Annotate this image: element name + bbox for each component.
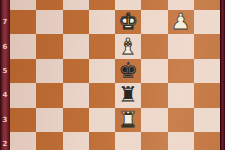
square-c4[interactable] bbox=[63, 83, 89, 107]
square-h2[interactable] bbox=[194, 132, 220, 150]
square-h7[interactable] bbox=[194, 10, 220, 34]
white-king[interactable]: ♚ bbox=[118, 11, 138, 33]
square-e6[interactable]: ♝ bbox=[115, 34, 141, 58]
square-e7[interactable]: ♚ bbox=[115, 10, 141, 34]
square-b5[interactable] bbox=[36, 59, 62, 83]
square-f2[interactable] bbox=[141, 132, 167, 150]
square-g5[interactable] bbox=[168, 59, 194, 83]
white-rook[interactable]: ♜ bbox=[118, 109, 138, 131]
square-g6[interactable] bbox=[168, 34, 194, 58]
rank-label-3: 3 bbox=[0, 116, 10, 124]
square-c5[interactable] bbox=[63, 59, 89, 83]
square-c2[interactable] bbox=[63, 132, 89, 150]
square-d7[interactable] bbox=[89, 10, 115, 34]
square-g7[interactable]: ♟ bbox=[168, 10, 194, 34]
square-b6[interactable] bbox=[36, 34, 62, 58]
board-frame-right bbox=[220, 0, 225, 150]
square-d8[interactable] bbox=[89, 0, 115, 10]
square-c3[interactable] bbox=[63, 108, 89, 132]
black-rook[interactable]: ♜ bbox=[118, 84, 138, 106]
square-d3[interactable] bbox=[89, 108, 115, 132]
white-pawn[interactable]: ♟ bbox=[171, 11, 191, 33]
square-h5[interactable] bbox=[194, 59, 220, 83]
square-e2[interactable] bbox=[115, 132, 141, 150]
chess-board: ♚♟♝♚♜♜ bbox=[10, 0, 220, 150]
square-g2[interactable] bbox=[168, 132, 194, 150]
square-e3[interactable]: ♜ bbox=[115, 108, 141, 132]
black-king[interactable]: ♚ bbox=[118, 60, 138, 82]
rank-label-7: 7 bbox=[0, 18, 10, 26]
square-b7[interactable] bbox=[36, 10, 62, 34]
square-f3[interactable] bbox=[141, 108, 167, 132]
square-h3[interactable] bbox=[194, 108, 220, 132]
square-a6[interactable] bbox=[10, 34, 36, 58]
square-c7[interactable] bbox=[63, 10, 89, 34]
square-b3[interactable] bbox=[36, 108, 62, 132]
square-e4[interactable]: ♜ bbox=[115, 83, 141, 107]
board-frame-left: 765432 bbox=[0, 0, 10, 150]
square-a8[interactable] bbox=[10, 0, 36, 10]
square-h6[interactable] bbox=[194, 34, 220, 58]
square-h4[interactable] bbox=[194, 83, 220, 107]
square-d6[interactable] bbox=[89, 34, 115, 58]
rank-label-5: 5 bbox=[0, 67, 10, 75]
square-a7[interactable] bbox=[10, 10, 36, 34]
square-b2[interactable] bbox=[36, 132, 62, 150]
square-e5[interactable]: ♚ bbox=[115, 59, 141, 83]
rank-label-4: 4 bbox=[0, 91, 10, 99]
square-g3[interactable] bbox=[168, 108, 194, 132]
square-b4[interactable] bbox=[36, 83, 62, 107]
square-g4[interactable] bbox=[168, 83, 194, 107]
square-a3[interactable] bbox=[10, 108, 36, 132]
square-f7[interactable] bbox=[141, 10, 167, 34]
white-bishop[interactable]: ♝ bbox=[118, 36, 138, 58]
square-b8[interactable] bbox=[36, 0, 62, 10]
square-d4[interactable] bbox=[89, 83, 115, 107]
square-f8[interactable] bbox=[141, 0, 167, 10]
square-a2[interactable] bbox=[10, 132, 36, 150]
square-c6[interactable] bbox=[63, 34, 89, 58]
square-f5[interactable] bbox=[141, 59, 167, 83]
square-d2[interactable] bbox=[89, 132, 115, 150]
square-f4[interactable] bbox=[141, 83, 167, 107]
chessboard-screenshot: ♚♟♝♚♜♜ 765432 bbox=[0, 0, 225, 150]
square-a5[interactable] bbox=[10, 59, 36, 83]
square-c8[interactable] bbox=[63, 0, 89, 10]
square-d5[interactable] bbox=[89, 59, 115, 83]
rank-label-2: 2 bbox=[0, 140, 10, 148]
square-h8[interactable] bbox=[194, 0, 220, 10]
square-a4[interactable] bbox=[10, 83, 36, 107]
square-f6[interactable] bbox=[141, 34, 167, 58]
rank-label-6: 6 bbox=[0, 43, 10, 51]
